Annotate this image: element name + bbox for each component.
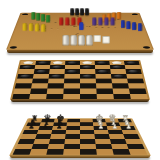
chess-square [13, 149, 32, 155]
ludo-peg-black [75, 8, 79, 15]
ludo-peg-yellow [35, 23, 39, 31]
ludo-hole [71, 25, 73, 26]
checkers-piece-black [114, 74, 125, 77]
dice [93, 35, 101, 43]
checkers-square [111, 79, 128, 84]
ludo-peg-purple [98, 17, 102, 25]
checkers-piece-black [52, 65, 62, 68]
checkers-piece-white [83, 61, 93, 64]
checkers-piece-black [22, 65, 32, 68]
ludo-peg-red [71, 17, 75, 25]
chess-square [63, 149, 80, 155]
checkers-square [47, 83, 64, 88]
ludo-hole [95, 28, 97, 29]
checkers-piece-black [51, 74, 61, 77]
checkers-square [48, 79, 64, 84]
ludo-peg-green [36, 13, 40, 21]
checkers-square [128, 83, 145, 88]
chess-piece-white-pawn: ♟ [126, 124, 132, 131]
ludo-hole [57, 29, 59, 30]
chess-square [96, 149, 114, 155]
ludo-hole [63, 28, 65, 29]
checkers-piece-black [67, 70, 77, 73]
ludo-peg-white [62, 35, 68, 46]
ludo-hole [108, 27, 110, 28]
checkers-piece-white [53, 61, 63, 64]
checkers-piece-black [112, 65, 122, 68]
chess-board: ♜♛♚♚♛♜♞♝♞♞♝♞♟♟♟♟♟♟ [9, 118, 151, 156]
ludo-hole [54, 22, 56, 23]
checkers-piece-black [83, 74, 93, 77]
checkers-piece-black [68, 61, 78, 64]
ludo-hole [114, 27, 116, 28]
checkers-piece-black [98, 70, 108, 73]
checkers-square [127, 79, 144, 84]
ludo-hole [91, 25, 93, 26]
checkers-square [96, 79, 112, 84]
corner-knob [9, 46, 17, 49]
ludo-peg-blue [121, 20, 125, 28]
ludo-peg-yellow [22, 23, 26, 31]
ludo-hole [117, 19, 119, 20]
checkers-piece-black [37, 70, 47, 73]
dice [102, 36, 110, 44]
checkers-piece-white [23, 61, 33, 64]
ludo-peg-green [46, 15, 50, 23]
ludo-peg-green [31, 12, 35, 20]
checkers-square [31, 83, 48, 88]
chess-piece-black-pawn: ♟ [56, 124, 62, 131]
corner-knob [143, 46, 151, 49]
chess-piece-black-pawn: ♟ [42, 124, 48, 131]
ludo-hole [101, 27, 103, 28]
chess-piece-white-pawn: ♟ [98, 124, 104, 131]
ludo-peg-purple [110, 17, 114, 25]
ludo-peg-black [80, 8, 84, 15]
checkers-piece-black [128, 70, 139, 73]
corner-knob [22, 14, 28, 16]
chess-piece-black-pawn: ♟ [28, 124, 34, 131]
ludo-center-peg-blue [79, 22, 83, 30]
checkers-board [10, 60, 150, 100]
ludo-peg-red [59, 17, 63, 25]
checkers-piece-black [83, 65, 93, 68]
ludo-peg-red [65, 17, 69, 25]
ludo-peg-yellow [29, 23, 33, 31]
checkers-square [64, 83, 80, 88]
chess-square [46, 149, 64, 155]
ludo-hole [86, 27, 88, 28]
ludo-peg-black [70, 8, 74, 15]
ludo-peg-white [86, 35, 92, 46]
ludo-hole [50, 29, 52, 30]
checkers-square [32, 79, 49, 84]
checkers-square [80, 79, 96, 84]
ludo-peg-orange [117, 12, 121, 20]
checkers-piece-black [97, 61, 107, 64]
ludo-peg-blue [132, 22, 136, 30]
checkers-square [112, 83, 129, 88]
ludo-peg-black [85, 8, 89, 15]
checkers-piece-white [112, 61, 122, 64]
checkers-piece-black [20, 74, 31, 77]
product-photo[interactable]: ♜♛♚♚♛♜♞♝♞♞♝♞♟♟♟♟♟♟ [0, 0, 160, 160]
ludo-peg-purple [92, 17, 96, 25]
checkers-board-section [0, 52, 160, 102]
checkers-piece-black [38, 61, 48, 64]
ludo-peg-white [78, 35, 84, 46]
chess-square [29, 149, 47, 155]
ludo-peg-purple [104, 17, 108, 25]
ludo-hole [88, 26, 90, 27]
ludo-board-section [0, 0, 160, 53]
chess-square [129, 149, 148, 155]
ludo-peg-yellow [41, 24, 45, 32]
ludo-hole [75, 27, 77, 28]
chess-board-edge [10, 155, 150, 158]
checkers-square [80, 83, 96, 88]
ludo-hole [76, 33, 78, 34]
ludo-peg-blue [138, 23, 142, 31]
checkers-square [96, 83, 113, 88]
checkers-square [16, 79, 33, 84]
corner-knob [132, 14, 138, 16]
ludo-peg-blue [126, 21, 130, 29]
chess-board-section: ♜♛♚♚♛♜♞♝♞♞♝♞♟♟♟♟♟♟ [0, 101, 160, 159]
ludo-hole [73, 26, 75, 27]
ludo-peg-green [41, 14, 45, 22]
chess-piece-white-pawn: ♟ [112, 124, 118, 131]
chess-square [80, 149, 97, 155]
checkers-square [15, 83, 32, 88]
checkers-square [64, 79, 80, 84]
checkers-piece-black [127, 61, 137, 64]
ludo-board [6, 13, 154, 50]
ludo-peg-white [70, 35, 76, 46]
